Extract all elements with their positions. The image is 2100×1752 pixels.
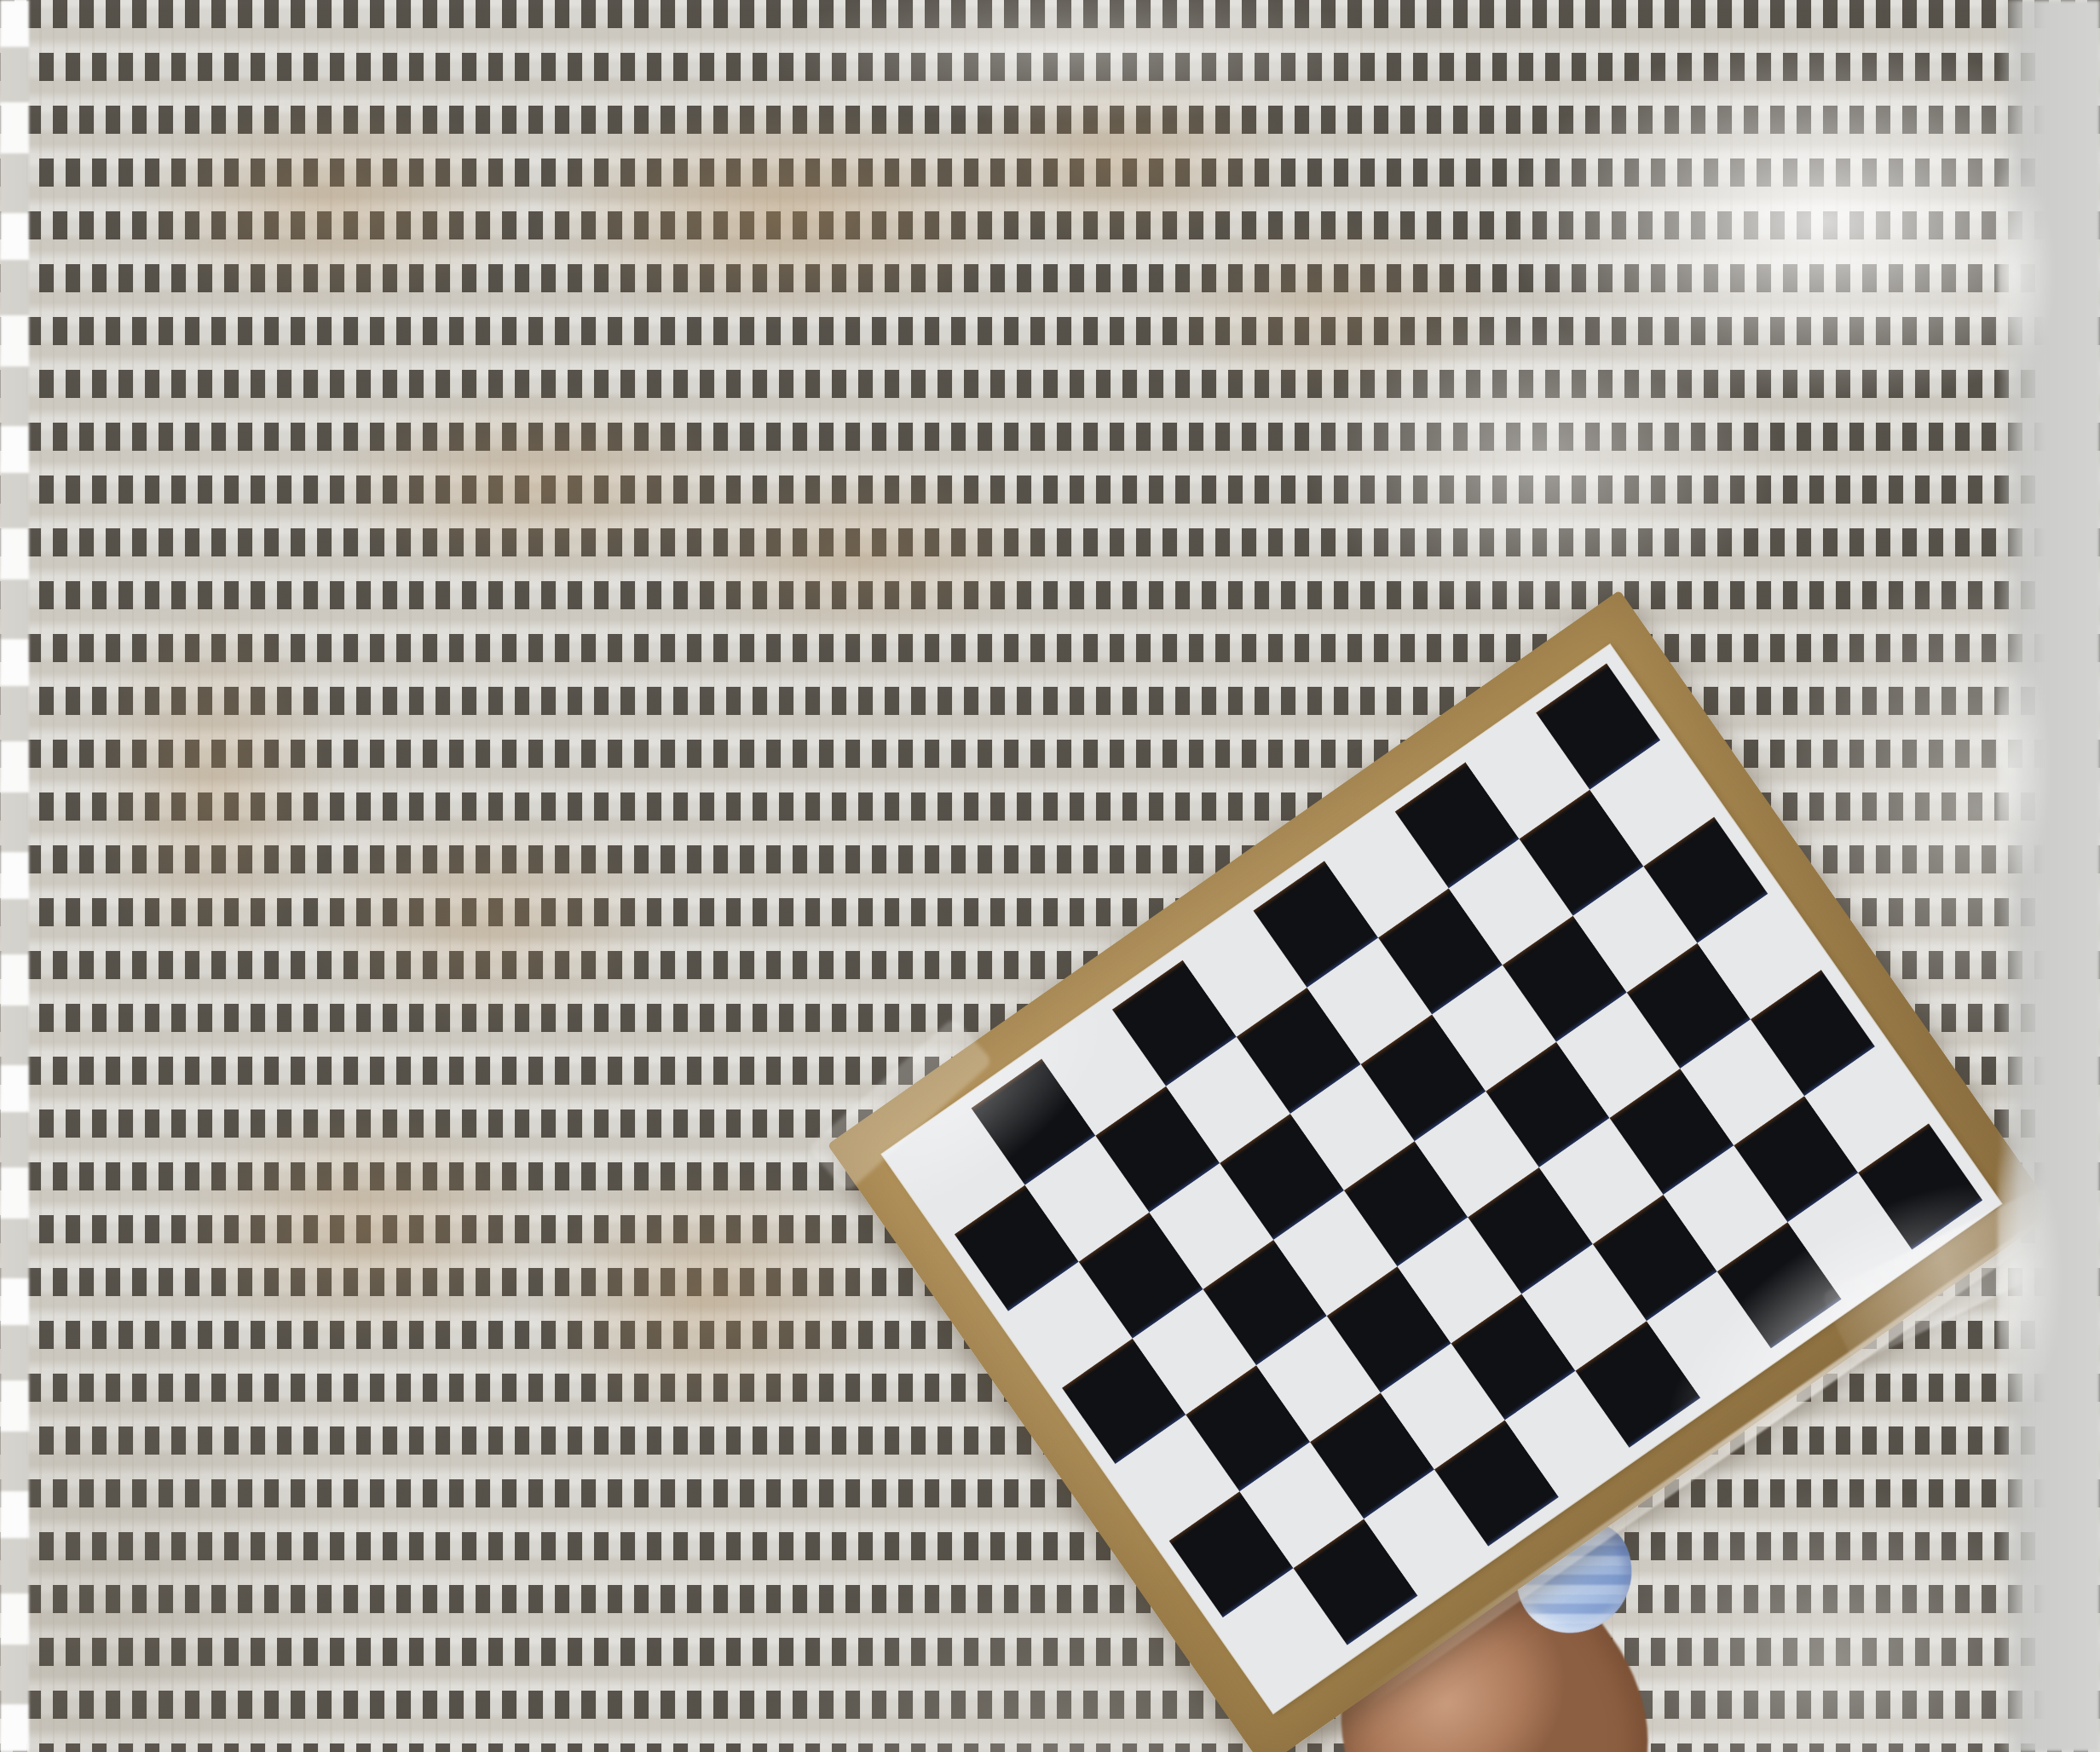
belt-left-edge <box>0 0 29 1752</box>
belt-right-edge-haze <box>1998 0 2100 1752</box>
calibration-photo <box>0 0 2100 1752</box>
